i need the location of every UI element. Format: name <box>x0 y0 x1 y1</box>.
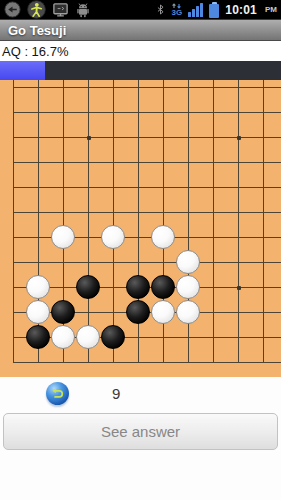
board-intersection[interactable] <box>76 125 101 150</box>
board-intersection[interactable] <box>176 125 201 150</box>
board-intersection[interactable] <box>226 200 251 225</box>
status-time: 10:01 <box>225 3 257 17</box>
board-intersection[interactable] <box>101 300 126 325</box>
board-intersection[interactable] <box>101 350 126 375</box>
board-intersection[interactable] <box>176 325 201 350</box>
data-type-label: 3G <box>171 9 182 17</box>
progress-bar <box>0 61 281 80</box>
board-intersection[interactable] <box>51 80 76 100</box>
board-intersection[interactable] <box>201 350 226 375</box>
board-intersection[interactable] <box>226 175 251 200</box>
black-stone <box>51 300 75 324</box>
board-intersection[interactable] <box>26 275 51 300</box>
board-intersection[interactable] <box>251 200 276 225</box>
board-intersection[interactable] <box>126 175 151 200</box>
board-intersection[interactable] <box>76 200 101 225</box>
board-intersection[interactable] <box>101 225 126 250</box>
board-intersection[interactable] <box>201 225 226 250</box>
see-answer-button[interactable]: See answer <box>3 413 278 450</box>
board-intersection[interactable] <box>251 300 276 325</box>
board-intersection[interactable] <box>101 325 126 350</box>
board-intersection[interactable] <box>151 125 176 150</box>
board-intersection[interactable] <box>76 300 101 325</box>
board-intersection[interactable] <box>201 100 226 125</box>
board-intersection[interactable] <box>126 225 151 250</box>
app-title: Go Tesuji <box>8 23 66 38</box>
white-stone <box>176 300 200 324</box>
board-intersection[interactable] <box>151 100 176 125</box>
board-intersection[interactable] <box>26 250 51 275</box>
board-intersection[interactable] <box>251 275 276 300</box>
progress-fill <box>0 61 45 80</box>
white-stone <box>51 325 75 349</box>
board-intersection[interactable] <box>26 350 51 375</box>
status-time-period: PM <box>265 5 277 14</box>
board-intersection[interactable] <box>126 80 151 100</box>
bluetooth-icon <box>156 2 165 17</box>
board-intersection[interactable] <box>251 100 276 125</box>
board-intersection[interactable] <box>126 325 151 350</box>
board-intersection[interactable] <box>151 175 176 200</box>
board-intersection[interactable] <box>176 225 201 250</box>
board-intersection[interactable] <box>226 80 251 100</box>
board-intersection[interactable] <box>51 175 76 200</box>
board-intersection[interactable] <box>26 100 51 125</box>
board-intersection[interactable] <box>251 175 276 200</box>
board-intersection[interactable] <box>101 200 126 225</box>
board-intersection[interactable] <box>251 350 276 375</box>
board-intersection[interactable] <box>51 125 76 150</box>
board-intersection[interactable] <box>51 350 76 375</box>
board-intersection[interactable] <box>51 300 76 325</box>
black-stone <box>151 275 175 299</box>
white-stone <box>176 250 200 274</box>
board-intersection[interactable] <box>251 225 276 250</box>
board-intersection[interactable] <box>51 325 76 350</box>
board-intersection[interactable] <box>51 225 76 250</box>
board-intersection[interactable] <box>26 225 51 250</box>
board-intersection[interactable] <box>201 275 226 300</box>
board-grid <box>1 80 276 375</box>
board-intersection[interactable] <box>151 300 176 325</box>
board-intersection[interactable] <box>226 325 251 350</box>
board-intersection[interactable] <box>101 80 126 100</box>
board-intersection[interactable] <box>126 100 151 125</box>
board-intersection[interactable] <box>26 200 51 225</box>
board-intersection[interactable] <box>126 250 151 275</box>
board-intersection[interactable] <box>126 125 151 150</box>
answer-quality-label: AQ : 16.7% <box>2 44 68 59</box>
board-intersection[interactable] <box>126 275 151 300</box>
board-intersection[interactable] <box>76 80 101 100</box>
board-intersection[interactable] <box>226 300 251 325</box>
board-intersection[interactable] <box>51 200 76 225</box>
board-intersection[interactable] <box>101 125 126 150</box>
board-intersection[interactable] <box>226 350 251 375</box>
board-intersection[interactable] <box>151 275 176 300</box>
board-intersection[interactable] <box>1 150 26 175</box>
board-intersection[interactable] <box>1 200 26 225</box>
board-intersection[interactable] <box>76 275 101 300</box>
board-intersection[interactable] <box>226 225 251 250</box>
board-intersection[interactable] <box>1 250 26 275</box>
board-intersection[interactable] <box>26 325 51 350</box>
board-intersection[interactable] <box>201 325 226 350</box>
board-intersection[interactable] <box>251 325 276 350</box>
board-intersection[interactable] <box>101 175 126 200</box>
status-bar: 3G 10:01 PM <box>0 0 281 20</box>
board-intersection[interactable] <box>26 80 51 100</box>
white-stone <box>26 300 50 324</box>
title-bar: Go Tesuji <box>0 20 281 41</box>
stats-row: AQ : 16.7% <box>0 41 281 61</box>
board-intersection[interactable] <box>1 225 26 250</box>
board-intersection[interactable] <box>26 300 51 325</box>
board-intersection[interactable] <box>201 250 226 275</box>
move-count: 9 <box>112 385 120 402</box>
board-intersection[interactable] <box>251 125 276 150</box>
board-intersection[interactable] <box>151 80 176 100</box>
board-intersection[interactable] <box>226 150 251 175</box>
board-intersection[interactable] <box>1 325 26 350</box>
accessibility-figure-icon <box>27 0 46 19</box>
battery-icon <box>209 4 219 18</box>
board-intersection[interactable] <box>76 250 101 275</box>
board-intersection[interactable] <box>176 80 201 100</box>
board-intersection[interactable] <box>1 80 26 100</box>
board-intersection[interactable] <box>126 350 151 375</box>
board-intersection[interactable] <box>151 350 176 375</box>
mobile-data-3g-icon: 3G <box>171 3 182 17</box>
board-intersection[interactable] <box>176 175 201 200</box>
white-stone <box>51 225 75 249</box>
board-intersection[interactable] <box>76 100 101 125</box>
board-intersection[interactable] <box>26 175 51 200</box>
board-intersection[interactable] <box>76 175 101 200</box>
board-intersection[interactable] <box>26 150 51 175</box>
board-intersection[interactable] <box>176 350 201 375</box>
signal-strength-icon <box>188 3 203 17</box>
board-intersection[interactable] <box>151 150 176 175</box>
board-intersection[interactable] <box>76 350 101 375</box>
board-intersection[interactable] <box>201 300 226 325</box>
board-intersection[interactable] <box>1 125 26 150</box>
board-intersection[interactable] <box>201 150 226 175</box>
board-intersection[interactable] <box>101 275 126 300</box>
board-intersection[interactable] <box>126 200 151 225</box>
board-intersection[interactable] <box>101 100 126 125</box>
black-stone <box>26 325 50 349</box>
board-intersection[interactable] <box>51 275 76 300</box>
board-intersection[interactable] <box>201 175 226 200</box>
android-robot-icon <box>75 2 91 18</box>
board-intersection[interactable] <box>26 125 51 150</box>
white-stone <box>176 275 200 299</box>
board-intersection[interactable] <box>151 225 176 250</box>
board-intersection[interactable] <box>126 300 151 325</box>
go-board[interactable] <box>0 80 281 377</box>
board-intersection[interactable] <box>51 150 76 175</box>
board-intersection[interactable] <box>101 150 126 175</box>
board-intersection[interactable] <box>176 100 201 125</box>
board-intersection[interactable] <box>226 125 251 150</box>
board-intersection[interactable] <box>176 150 201 175</box>
board-intersection[interactable] <box>76 325 101 350</box>
black-stone <box>101 325 125 349</box>
board-intersection[interactable] <box>151 200 176 225</box>
undo-arrow-icon <box>49 385 66 402</box>
usb-plug-icon <box>4 1 21 18</box>
board-intersection[interactable] <box>126 150 151 175</box>
board-intersection[interactable] <box>76 150 101 175</box>
board-intersection[interactable] <box>151 250 176 275</box>
board-intersection[interactable] <box>76 225 101 250</box>
board-intersection[interactable] <box>1 275 26 300</box>
black-stone <box>126 300 150 324</box>
board-intersection[interactable] <box>201 80 226 100</box>
black-stone <box>126 275 150 299</box>
board-intersection[interactable] <box>51 100 76 125</box>
board-intersection[interactable] <box>176 275 201 300</box>
white-stone <box>151 225 175 249</box>
black-stone <box>76 275 100 299</box>
board-intersection[interactable] <box>101 250 126 275</box>
board-intersection[interactable] <box>201 200 226 225</box>
board-intersection[interactable] <box>226 275 251 300</box>
undo-button[interactable] <box>46 382 69 405</box>
white-stone <box>151 300 175 324</box>
board-intersection[interactable] <box>176 300 201 325</box>
screen-icon <box>52 1 69 18</box>
board-intersection[interactable] <box>201 125 226 150</box>
board-intersection[interactable] <box>1 100 26 125</box>
board-intersection[interactable] <box>226 250 251 275</box>
board-intersection[interactable] <box>251 150 276 175</box>
board-intersection[interactable] <box>51 250 76 275</box>
white-stone <box>101 225 125 249</box>
board-intersection[interactable] <box>176 250 201 275</box>
board-intersection[interactable] <box>226 100 251 125</box>
board-intersection[interactable] <box>1 175 26 200</box>
white-stone <box>76 325 100 349</box>
board-intersection[interactable] <box>151 325 176 350</box>
board-intersection[interactable] <box>251 80 276 100</box>
board-intersection[interactable] <box>1 350 26 375</box>
see-answer-label: See answer <box>101 423 180 440</box>
board-intersection[interactable] <box>251 250 276 275</box>
white-stone <box>26 275 50 299</box>
board-intersection[interactable] <box>1 300 26 325</box>
board-intersection[interactable] <box>176 200 201 225</box>
